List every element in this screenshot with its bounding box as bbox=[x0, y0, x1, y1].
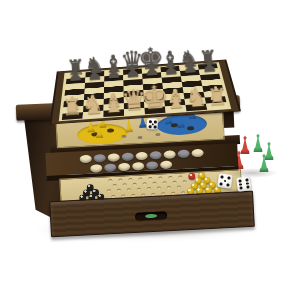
pawn-cluster-shadow bbox=[226, 168, 278, 178]
board-hole bbox=[182, 180, 186, 183]
board-hole bbox=[128, 178, 132, 181]
ludo-tray-hole bbox=[155, 133, 160, 136]
black-pawn-icon: ♟ bbox=[86, 64, 103, 82]
square: ♞ bbox=[185, 104, 207, 112]
ivory-chip bbox=[132, 162, 144, 171]
board-hole bbox=[158, 176, 162, 179]
silver-chip bbox=[146, 161, 158, 170]
silver-chip bbox=[149, 151, 161, 160]
square: ♞ bbox=[83, 111, 104, 119]
loose-die bbox=[236, 176, 252, 192]
board-hole bbox=[127, 188, 131, 191]
board-hole bbox=[137, 188, 141, 191]
silver-chip bbox=[177, 150, 189, 159]
square: ♟ bbox=[180, 70, 200, 77]
board-hole bbox=[153, 182, 157, 185]
game-cabinet-photo: ♜♞♝♛♚♝♞♜♟♟♟♟♟♟♟♟♟♟♟♟♟♟♟♟♜♞♝♛♚♝♞♜ bbox=[0, 0, 286, 286]
silver-chip bbox=[122, 152, 134, 161]
ivory-chip bbox=[163, 150, 175, 159]
board-hole bbox=[133, 183, 137, 186]
square: ♜ bbox=[62, 112, 83, 120]
white-rook-icon: ♜ bbox=[206, 85, 228, 109]
black-pawn-icon: ♟ bbox=[181, 58, 198, 76]
black-pawn-icon: ♟ bbox=[162, 59, 179, 77]
board-hole bbox=[138, 177, 142, 180]
ludo-die bbox=[147, 118, 159, 130]
square: ♚ bbox=[145, 107, 166, 115]
ivory-chip bbox=[118, 163, 130, 172]
silver-chip bbox=[94, 154, 106, 163]
board-hole bbox=[167, 186, 171, 189]
board-hole bbox=[173, 181, 177, 184]
board-hole bbox=[123, 183, 127, 186]
ivory-chip bbox=[90, 164, 102, 173]
black-pawn-icon: ♟ bbox=[200, 56, 217, 74]
chess-board: ♜♞♝♛♚♝♞♜♟♟♟♟♟♟♟♟♟♟♟♟♟♟♟♟♜♞♝♛♚♝♞♜ bbox=[21, 18, 263, 126]
black-pawn-icon: ♟ bbox=[105, 63, 122, 81]
chess-grid: ♜♞♝♛♚♝♞♜♟♟♟♟♟♟♟♟♟♟♟♟♟♟♟♟♜♞♝♛♚♝♞♜ bbox=[62, 63, 228, 120]
board-hole bbox=[163, 181, 167, 184]
drawer-handle-slot bbox=[135, 211, 167, 221]
ivory-chip bbox=[135, 152, 147, 161]
square: ♝ bbox=[165, 105, 187, 113]
black-pawn-icon: ♟ bbox=[143, 60, 160, 78]
chip-row bbox=[90, 160, 172, 172]
board-hole bbox=[143, 182, 147, 185]
board-hole bbox=[107, 189, 111, 192]
green-pawn bbox=[252, 134, 264, 152]
board-hole bbox=[177, 186, 181, 189]
red-pawn bbox=[239, 136, 251, 154]
board-hole bbox=[113, 184, 117, 187]
chess-board-border: ♜♞♝♛♚♝♞♜♟♟♟♟♟♟♟♟♟♟♟♟♟♟♟♟♜♞♝♛♚♝♞♜ bbox=[59, 62, 232, 121]
black-pawn-icon: ♟ bbox=[66, 66, 83, 84]
ivory-chip bbox=[160, 160, 172, 169]
ludo-tray-hole bbox=[121, 135, 126, 138]
board-hole bbox=[117, 189, 121, 192]
board-hole bbox=[108, 179, 112, 182]
board-hole bbox=[118, 178, 122, 181]
ivory-chip bbox=[80, 155, 92, 164]
board-hole bbox=[178, 175, 182, 178]
dice-shadow bbox=[214, 188, 258, 197]
green-marble-glint bbox=[145, 214, 157, 219]
black-pawn-icon: ♟ bbox=[124, 62, 141, 80]
board-hole bbox=[168, 176, 172, 179]
ludo-tray-hole bbox=[137, 136, 142, 139]
ivory-chip bbox=[108, 153, 120, 162]
silver-chip bbox=[104, 163, 116, 172]
white-rook-icon: ♜ bbox=[60, 96, 82, 120]
white-knight-icon: ♞ bbox=[184, 85, 208, 111]
board-hole bbox=[148, 177, 152, 180]
loose-die bbox=[217, 173, 233, 189]
board-hole bbox=[157, 187, 161, 190]
square: ♜ bbox=[206, 102, 228, 110]
board-hole bbox=[147, 187, 151, 190]
ivory-chip bbox=[191, 149, 203, 158]
